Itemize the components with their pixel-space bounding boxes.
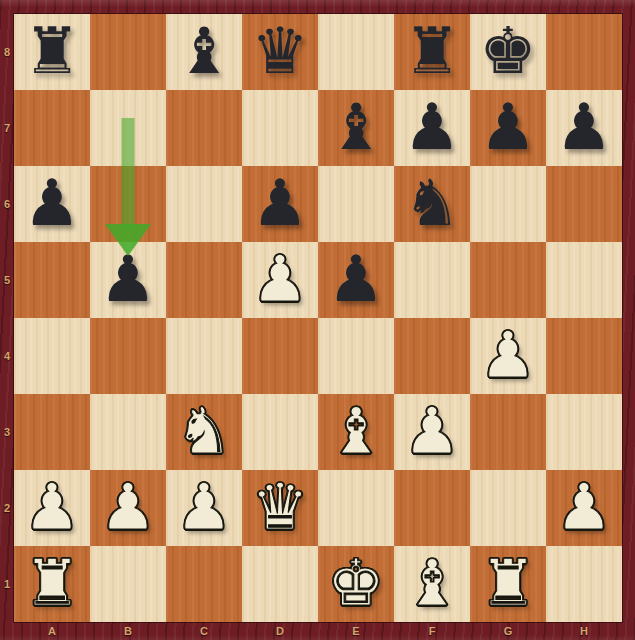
square-h5[interactable] (546, 242, 622, 318)
white-pawn-h2: ♟ (546, 470, 622, 546)
square-f6[interactable]: ♞ (394, 166, 470, 242)
file-label-e: E (318, 622, 394, 640)
rank-label-7: 7 (0, 90, 14, 166)
square-d4[interactable] (242, 318, 318, 394)
file-label-f: F (394, 622, 470, 640)
white-bishop-f1: ♝ (394, 546, 470, 622)
rank-label-6: 6 (0, 166, 14, 242)
black-pawn-h7: ♟ (546, 90, 622, 166)
file-label-c: C (166, 622, 242, 640)
black-pawn-d6: ♟ (242, 166, 318, 242)
square-c7[interactable] (166, 90, 242, 166)
square-e4[interactable] (318, 318, 394, 394)
square-b2[interactable]: ♟ (90, 470, 166, 546)
square-g4[interactable]: ♟ (470, 318, 546, 394)
square-d7[interactable] (242, 90, 318, 166)
square-f2[interactable] (394, 470, 470, 546)
black-pawn-b5: ♟ (90, 242, 166, 318)
rank-label-3: 3 (0, 394, 14, 470)
rank-label-2: 2 (0, 470, 14, 546)
square-f4[interactable] (394, 318, 470, 394)
file-label-d: D (242, 622, 318, 640)
square-f8[interactable]: ♜ (394, 14, 470, 90)
square-f3[interactable]: ♟ (394, 394, 470, 470)
square-e3[interactable]: ♝ (318, 394, 394, 470)
square-f5[interactable] (394, 242, 470, 318)
square-d8[interactable]: ♛ (242, 14, 318, 90)
square-a5[interactable] (14, 242, 90, 318)
white-knight-c3: ♞ (166, 394, 242, 470)
white-pawn-d5: ♟ (242, 242, 318, 318)
square-g1[interactable]: ♜ (470, 546, 546, 622)
chess-diagram: ♜♝♛♜♚♝♟♟♟♟♟♞♟♟♟♟♞♝♟♟♟♟♛♟♜♚♝♜ 87654321 AB… (0, 0, 635, 640)
square-e2[interactable] (318, 470, 394, 546)
square-h7[interactable]: ♟ (546, 90, 622, 166)
black-king-g8: ♚ (470, 14, 546, 90)
square-a1[interactable]: ♜ (14, 546, 90, 622)
square-e6[interactable] (318, 166, 394, 242)
black-pawn-f7: ♟ (394, 90, 470, 166)
square-e7[interactable]: ♝ (318, 90, 394, 166)
square-a2[interactable]: ♟ (14, 470, 90, 546)
square-d3[interactable] (242, 394, 318, 470)
white-bishop-e3: ♝ (318, 394, 394, 470)
white-pawn-a2: ♟ (14, 470, 90, 546)
square-c8[interactable]: ♝ (166, 14, 242, 90)
square-h1[interactable] (546, 546, 622, 622)
square-a8[interactable]: ♜ (14, 14, 90, 90)
square-b7[interactable] (90, 90, 166, 166)
square-b1[interactable] (90, 546, 166, 622)
white-rook-g1: ♜ (470, 546, 546, 622)
file-label-a: A (14, 622, 90, 640)
rank-label-1: 1 (0, 546, 14, 622)
square-h4[interactable] (546, 318, 622, 394)
square-d2[interactable]: ♛ (242, 470, 318, 546)
square-c1[interactable] (166, 546, 242, 622)
square-c5[interactable] (166, 242, 242, 318)
black-pawn-e5: ♟ (318, 242, 394, 318)
square-a6[interactable]: ♟ (14, 166, 90, 242)
square-e5[interactable]: ♟ (318, 242, 394, 318)
black-bishop-e7: ♝ (318, 90, 394, 166)
square-c2[interactable]: ♟ (166, 470, 242, 546)
white-pawn-f3: ♟ (394, 394, 470, 470)
square-g5[interactable] (470, 242, 546, 318)
rank-label-8: 8 (0, 14, 14, 90)
white-queen-d2: ♛ (242, 470, 318, 546)
square-b5[interactable]: ♟ (90, 242, 166, 318)
file-label-h: H (546, 622, 622, 640)
square-a4[interactable] (14, 318, 90, 394)
square-a7[interactable] (14, 90, 90, 166)
file-labels: ABCDEFGH (14, 622, 622, 640)
black-bishop-c8: ♝ (166, 14, 242, 90)
square-d1[interactable] (242, 546, 318, 622)
square-d6[interactable]: ♟ (242, 166, 318, 242)
black-rook-a8: ♜ (14, 14, 90, 90)
square-d5[interactable]: ♟ (242, 242, 318, 318)
chess-board: ♜♝♛♜♚♝♟♟♟♟♟♞♟♟♟♟♞♝♟♟♟♟♛♟♜♚♝♜ (14, 14, 622, 622)
white-pawn-b2: ♟ (90, 470, 166, 546)
white-pawn-c2: ♟ (166, 470, 242, 546)
rank-labels: 87654321 (0, 14, 14, 622)
square-g7[interactable]: ♟ (470, 90, 546, 166)
square-g3[interactable] (470, 394, 546, 470)
square-c6[interactable] (166, 166, 242, 242)
white-king-e1: ♚ (318, 546, 394, 622)
white-rook-a1: ♜ (14, 546, 90, 622)
square-g2[interactable] (470, 470, 546, 546)
square-a3[interactable] (14, 394, 90, 470)
square-f7[interactable]: ♟ (394, 90, 470, 166)
square-h2[interactable]: ♟ (546, 470, 622, 546)
square-b6[interactable] (90, 166, 166, 242)
square-c4[interactable] (166, 318, 242, 394)
rank-label-5: 5 (0, 242, 14, 318)
black-pawn-a6: ♟ (14, 166, 90, 242)
black-knight-f6: ♞ (394, 166, 470, 242)
square-h3[interactable] (546, 394, 622, 470)
square-f1[interactable]: ♝ (394, 546, 470, 622)
square-b4[interactable] (90, 318, 166, 394)
file-label-b: B (90, 622, 166, 640)
square-g6[interactable] (470, 166, 546, 242)
square-g8[interactable]: ♚ (470, 14, 546, 90)
square-h8[interactable] (546, 14, 622, 90)
black-queen-d8: ♛ (242, 14, 318, 90)
square-e1[interactable]: ♚ (318, 546, 394, 622)
black-rook-f8: ♜ (394, 14, 470, 90)
square-b3[interactable] (90, 394, 166, 470)
square-h6[interactable] (546, 166, 622, 242)
square-e8[interactable] (318, 14, 394, 90)
white-pawn-g4: ♟ (470, 318, 546, 394)
file-label-g: G (470, 622, 546, 640)
square-c3[interactable]: ♞ (166, 394, 242, 470)
square-b8[interactable] (90, 14, 166, 90)
rank-label-4: 4 (0, 318, 14, 394)
black-pawn-g7: ♟ (470, 90, 546, 166)
